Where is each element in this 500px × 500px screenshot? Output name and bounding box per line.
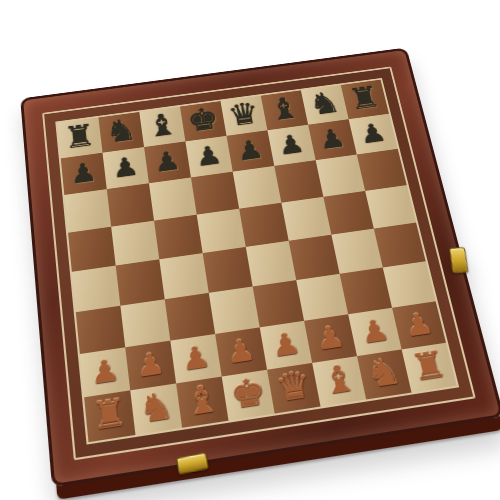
square-b6[interactable] [107, 183, 154, 226]
square-f7[interactable]: ♟ [267, 125, 315, 166]
piece-black-pawn[interactable]: ♟ [234, 130, 267, 169]
square-h5[interactable] [365, 185, 416, 229]
square-h4[interactable] [374, 223, 426, 268]
square-d1[interactable]: ♚ [222, 370, 275, 421]
square-h3[interactable] [383, 261, 436, 308]
piece-black-pawn[interactable]: ♟ [110, 147, 141, 187]
piece-black-knight[interactable]: ♞ [103, 112, 138, 151]
piece-black-king[interactable]: ♚ [185, 101, 221, 140]
square-b8[interactable]: ♞ [98, 112, 144, 153]
square-e4[interactable] [246, 241, 296, 287]
square-b4[interactable] [116, 259, 165, 305]
square-a4[interactable] [72, 266, 121, 313]
square-h8[interactable]: ♜ [341, 80, 389, 120]
square-d5[interactable] [197, 209, 246, 253]
piece-black-pawn[interactable]: ♟ [68, 153, 98, 193]
piece-white-pawn[interactable]: ♟ [356, 308, 393, 354]
piece-white-pawn[interactable]: ♟ [400, 302, 438, 348]
brass-latch-icon [176, 452, 209, 475]
square-c4[interactable] [159, 253, 209, 299]
square-h6[interactable] [357, 149, 407, 191]
square-b3[interactable] [120, 299, 170, 347]
piece-white-queen[interactable]: ♛ [272, 363, 314, 412]
square-d6[interactable] [191, 172, 239, 215]
board-walnut-margin: ♜♞♝♚♛♝♞♜♟♟♟♟♟♟♟♟♟♟♟♟♟♟♟♟♜♞♝♚♛♝♞♜ [42, 67, 476, 461]
square-c5[interactable] [154, 215, 203, 260]
piece-white-knight[interactable]: ♞ [136, 383, 176, 433]
piece-white-pawn[interactable]: ♟ [178, 334, 213, 381]
square-h7[interactable]: ♟ [349, 114, 398, 155]
piece-white-pawn[interactable]: ♟ [312, 315, 349, 361]
square-d4[interactable] [203, 247, 253, 293]
board-tilt-wrapper: ♜♞♝♚♛♝♞♜♟♟♟♟♟♟♟♟♟♟♟♟♟♟♟♟♜♞♝♚♛♝♞♜ [20, 48, 500, 488]
piece-black-pawn[interactable]: ♟ [315, 119, 349, 158]
piece-black-knight[interactable]: ♞ [306, 85, 344, 123]
square-d7[interactable]: ♟ [185, 136, 232, 178]
piece-white-knight[interactable]: ♞ [362, 349, 405, 397]
piece-black-rook[interactable]: ♜ [345, 80, 383, 118]
piece-white-pawn[interactable]: ♟ [88, 348, 121, 395]
piece-black-rook[interactable]: ♜ [62, 117, 97, 157]
square-c8[interactable]: ♝ [139, 107, 185, 148]
square-f8[interactable]: ♝ [261, 90, 308, 130]
piece-white-pawn[interactable]: ♟ [223, 328, 258, 375]
square-c1[interactable]: ♝ [176, 377, 228, 428]
square-e8[interactable]: ♛ [220, 96, 267, 136]
chess-board: ♜♞♝♚♛♝♞♜♟♟♟♟♟♟♟♟♟♟♟♟♟♟♟♟♜♞♝♚♛♝♞♜ [55, 78, 459, 445]
piece-white-pawn[interactable]: ♟ [268, 321, 304, 367]
brass-latch-icon [449, 247, 469, 273]
square-b1[interactable]: ♞ [130, 383, 182, 435]
square-c6[interactable] [149, 177, 197, 220]
square-d8[interactable]: ♚ [180, 101, 227, 141]
piece-white-pawn[interactable]: ♟ [133, 341, 167, 388]
square-a7[interactable]: ♟ [61, 153, 107, 195]
product-photo-scene: ♜♞♝♚♛♝♞♜♟♟♟♟♟♟♟♟♟♟♟♟♟♟♟♟♜♞♝♚♛♝♞♜ [0, 0, 500, 500]
square-b5[interactable] [111, 221, 159, 266]
square-a3[interactable] [76, 306, 125, 354]
square-e3[interactable] [253, 280, 304, 327]
square-a6[interactable] [64, 189, 111, 233]
piece-black-bishop[interactable]: ♝ [266, 90, 303, 129]
square-c7[interactable]: ♟ [144, 141, 191, 183]
square-d3[interactable] [209, 286, 260, 334]
square-a1[interactable]: ♜ [84, 390, 135, 442]
piece-white-king[interactable]: ♚ [227, 370, 269, 419]
square-b7[interactable]: ♟ [103, 147, 149, 189]
square-a5[interactable] [68, 227, 116, 272]
piece-black-pawn[interactable]: ♟ [275, 125, 308, 164]
piece-white-bishop[interactable]: ♝ [317, 356, 360, 405]
board-frame: ♜♞♝♚♛♝♞♜♟♟♟♟♟♟♟♟♟♟♟♟♟♟♟♟♜♞♝♚♛♝♞♜ [20, 48, 500, 488]
square-c3[interactable] [165, 293, 215, 341]
piece-white-bishop[interactable]: ♝ [182, 376, 223, 425]
square-a8[interactable]: ♜ [57, 117, 102, 158]
piece-black-pawn[interactable]: ♟ [193, 136, 225, 175]
square-e6[interactable] [233, 166, 282, 209]
square-e1[interactable]: ♛ [267, 363, 320, 414]
square-e5[interactable] [239, 203, 289, 247]
piece-black-bishop[interactable]: ♝ [144, 106, 180, 145]
piece-black-pawn[interactable]: ♟ [152, 142, 184, 182]
piece-white-rook[interactable]: ♜ [90, 390, 130, 440]
piece-white-rook[interactable]: ♜ [407, 343, 451, 391]
piece-black-queen[interactable]: ♛ [225, 96, 262, 135]
square-h1[interactable]: ♜ [402, 343, 457, 393]
piece-black-pawn[interactable]: ♟ [356, 114, 390, 153]
square-e7[interactable]: ♟ [227, 130, 275, 171]
